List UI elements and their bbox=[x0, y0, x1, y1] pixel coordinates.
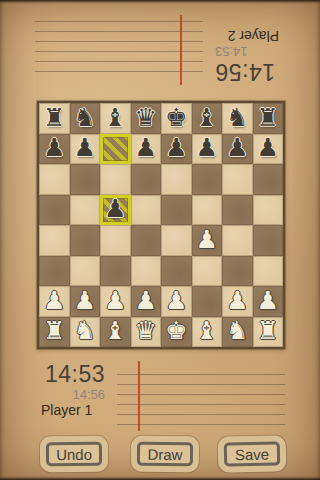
black-knight[interactable]: ♞ bbox=[74, 105, 96, 130]
black-queen[interactable]: ♛ bbox=[135, 105, 157, 130]
white-rook[interactable]: ♜ bbox=[43, 318, 65, 343]
draw-button[interactable]: Draw bbox=[137, 442, 193, 466]
black-pawn[interactable]: ♟ bbox=[74, 135, 96, 160]
white-bishop[interactable]: ♝ bbox=[104, 318, 126, 343]
square-a8[interactable]: ♜ bbox=[39, 103, 70, 134]
white-pawn[interactable]: ♟ bbox=[257, 288, 279, 313]
square-d4[interactable] bbox=[131, 225, 162, 256]
square-b4[interactable] bbox=[70, 225, 101, 256]
square-f8[interactable]: ♝ bbox=[192, 103, 223, 134]
black-pawn[interactable]: ♟ bbox=[104, 196, 126, 221]
square-a7[interactable]: ♟ bbox=[39, 134, 70, 165]
black-pawn[interactable]: ♟ bbox=[226, 135, 248, 160]
square-c5[interactable]: ♟ bbox=[100, 195, 131, 226]
square-e5[interactable] bbox=[161, 195, 192, 226]
square-e6[interactable] bbox=[161, 164, 192, 195]
square-d7[interactable]: ♟ bbox=[131, 134, 162, 165]
white-knight[interactable]: ♞ bbox=[226, 318, 248, 343]
player2-time-sub: 14:53 bbox=[215, 44, 290, 59]
player1-time-sub: 14:56 bbox=[30, 387, 105, 402]
square-a5[interactable] bbox=[39, 195, 70, 226]
white-knight[interactable]: ♞ bbox=[74, 318, 96, 343]
square-h8[interactable]: ♜ bbox=[253, 103, 284, 134]
square-f7[interactable]: ♟ bbox=[192, 134, 223, 165]
square-b1[interactable]: ♞ bbox=[70, 317, 101, 348]
white-bishop[interactable]: ♝ bbox=[196, 318, 218, 343]
square-a2[interactable]: ♟ bbox=[39, 286, 70, 317]
square-a1[interactable]: ♜ bbox=[39, 317, 70, 348]
square-c3[interactable] bbox=[100, 256, 131, 287]
square-b6[interactable] bbox=[70, 164, 101, 195]
square-g1[interactable]: ♞ bbox=[222, 317, 253, 348]
square-c6[interactable] bbox=[100, 164, 131, 195]
square-d8[interactable]: ♛ bbox=[131, 103, 162, 134]
black-pawn[interactable]: ♟ bbox=[43, 135, 65, 160]
square-e7[interactable]: ♟ bbox=[161, 134, 192, 165]
white-pawn[interactable]: ♟ bbox=[43, 288, 65, 313]
white-pawn[interactable]: ♟ bbox=[226, 288, 248, 313]
white-pawn[interactable]: ♟ bbox=[135, 288, 157, 313]
square-f1[interactable]: ♝ bbox=[192, 317, 223, 348]
black-pawn[interactable]: ♟ bbox=[196, 135, 218, 160]
white-queen[interactable]: ♛ bbox=[135, 318, 157, 343]
margin-line bbox=[138, 361, 140, 431]
square-h2[interactable]: ♟ bbox=[253, 286, 284, 317]
player1-label: Player 1 bbox=[41, 402, 92, 418]
square-d2[interactable]: ♟ bbox=[131, 286, 162, 317]
square-d5[interactable] bbox=[131, 195, 162, 226]
undo-button[interactable]: Undo bbox=[46, 442, 102, 467]
black-pawn[interactable]: ♟ bbox=[165, 135, 187, 160]
square-h7[interactable]: ♟ bbox=[253, 134, 284, 165]
player1-panel: 14:53 14:56 Player 1 bbox=[0, 356, 320, 438]
black-pawn[interactable]: ♟ bbox=[135, 135, 157, 160]
square-c4[interactable] bbox=[100, 225, 131, 256]
chess-board: ♜♞♝♛♚♝♞♜♟♟♟♟♟♟♟♟♟♟♟♟♟♟♟♟♜♞♝♛♚♝♞♜ bbox=[37, 101, 285, 349]
square-f5[interactable] bbox=[192, 195, 223, 226]
black-bishop[interactable]: ♝ bbox=[196, 105, 218, 130]
square-e8[interactable]: ♚ bbox=[161, 103, 192, 134]
square-h1[interactable]: ♜ bbox=[253, 317, 284, 348]
square-e2[interactable]: ♟ bbox=[161, 286, 192, 317]
square-g7[interactable]: ♟ bbox=[222, 134, 253, 165]
white-pawn[interactable]: ♟ bbox=[74, 288, 96, 313]
player1-time-main: 14:53 bbox=[30, 362, 105, 386]
player2-panel: 14:56 14:53 Player 2 bbox=[0, 8, 320, 90]
square-h6[interactable] bbox=[253, 164, 284, 195]
square-b5[interactable] bbox=[70, 195, 101, 226]
square-c2[interactable]: ♟ bbox=[100, 286, 131, 317]
notebook-lines bbox=[35, 19, 203, 81]
square-b2[interactable]: ♟ bbox=[70, 286, 101, 317]
black-rook[interactable]: ♜ bbox=[43, 105, 65, 130]
square-c8[interactable]: ♝ bbox=[100, 103, 131, 134]
app-screen: 14:56 14:53 Player 2 ♜♞♝♛♚♝♞♜♟♟♟♟♟♟♟♟♟♟♟… bbox=[0, 0, 320, 480]
player2-label: Player 2 bbox=[228, 28, 279, 44]
square-g2[interactable]: ♟ bbox=[222, 286, 253, 317]
square-f6[interactable] bbox=[192, 164, 223, 195]
square-h5[interactable] bbox=[253, 195, 284, 226]
square-e3[interactable] bbox=[161, 256, 192, 287]
player2-time-main: 14:56 bbox=[215, 60, 290, 84]
black-knight[interactable]: ♞ bbox=[226, 105, 248, 130]
white-pawn[interactable]: ♟ bbox=[196, 227, 218, 252]
square-g6[interactable] bbox=[222, 164, 253, 195]
black-bishop[interactable]: ♝ bbox=[104, 105, 126, 130]
square-g8[interactable]: ♞ bbox=[222, 103, 253, 134]
save-button[interactable]: Save bbox=[224, 442, 280, 467]
square-b7[interactable]: ♟ bbox=[70, 134, 101, 165]
player2-clock: 14:56 14:53 bbox=[215, 44, 290, 84]
square-g4[interactable] bbox=[222, 225, 253, 256]
square-b3[interactable] bbox=[70, 256, 101, 287]
white-pawn[interactable]: ♟ bbox=[165, 288, 187, 313]
square-a6[interactable] bbox=[39, 164, 70, 195]
square-f2[interactable] bbox=[192, 286, 223, 317]
square-f4[interactable]: ♟ bbox=[192, 225, 223, 256]
notebook-lines bbox=[117, 365, 285, 427]
square-h3[interactable] bbox=[253, 256, 284, 287]
square-c1[interactable]: ♝ bbox=[100, 317, 131, 348]
square-f3[interactable] bbox=[192, 256, 223, 287]
square-h4[interactable] bbox=[253, 225, 284, 256]
square-d1[interactable]: ♛ bbox=[131, 317, 162, 348]
square-a4[interactable] bbox=[39, 225, 70, 256]
square-c7[interactable] bbox=[100, 134, 131, 165]
black-king[interactable]: ♚ bbox=[165, 105, 187, 130]
square-e4[interactable] bbox=[161, 225, 192, 256]
square-g5[interactable] bbox=[222, 195, 253, 226]
square-e1[interactable]: ♚ bbox=[161, 317, 192, 348]
player1-clock: 14:53 14:56 bbox=[30, 362, 105, 402]
square-a3[interactable] bbox=[39, 256, 70, 287]
black-pawn[interactable]: ♟ bbox=[257, 135, 279, 160]
white-rook[interactable]: ♜ bbox=[257, 318, 279, 343]
square-b8[interactable]: ♞ bbox=[70, 103, 101, 134]
square-d3[interactable] bbox=[131, 256, 162, 287]
white-pawn[interactable]: ♟ bbox=[104, 288, 126, 313]
margin-line bbox=[180, 15, 182, 85]
square-d6[interactable] bbox=[131, 164, 162, 195]
black-rook[interactable]: ♜ bbox=[257, 105, 279, 130]
square-g3[interactable] bbox=[222, 256, 253, 287]
white-king[interactable]: ♚ bbox=[165, 318, 187, 343]
